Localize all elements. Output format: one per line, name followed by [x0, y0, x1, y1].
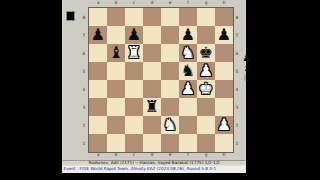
rank-label-7: 7: [235, 29, 239, 42]
rank-label-5: 5: [235, 65, 239, 78]
rank-label-4: 4: [235, 83, 239, 96]
square-c2[interactable]: [125, 116, 143, 134]
file-label-a: a: [92, 153, 105, 157]
square-c5[interactable]: [125, 62, 143, 80]
rank-label-3: 3: [82, 101, 86, 114]
file-label-c: c: [128, 153, 141, 157]
square-f1[interactable]: [179, 134, 197, 152]
game-info-bar: Rodionov, Adil (2171) -- Hassan, Sayed B…: [62, 160, 246, 173]
file-label-h: h: [218, 153, 231, 157]
file-label-c: c: [128, 1, 141, 5]
black-knight-piece[interactable]: ♞: [179, 62, 197, 80]
file-label-f: f: [182, 1, 195, 5]
square-g5[interactable]: ♟: [197, 62, 215, 80]
rank-label-6: 6: [235, 47, 239, 60]
square-h2[interactable]: ♟: [215, 116, 233, 134]
square-d6[interactable]: [143, 44, 161, 62]
square-g8[interactable]: [197, 8, 215, 26]
square-h3[interactable]: [215, 98, 233, 116]
file-labels-top: abcdefgh: [89, 0, 233, 6]
square-h1[interactable]: [215, 134, 233, 152]
file-labels-bottom: abcdefgh: [89, 152, 233, 158]
square-b2[interactable]: [107, 116, 125, 134]
video-frame: abcdefgh 87654321 ♟♟♟♟♝♜♞♚♞♟♟♚♜♞♟ 876543…: [0, 0, 320, 180]
square-d5[interactable]: [143, 62, 161, 80]
chess-viewer-app: abcdefgh 87654321 ♟♟♟♟♝♜♞♚♞♟♟♚♜♞♟ 876543…: [62, 0, 246, 172]
square-d1[interactable]: [143, 134, 161, 152]
white-knight-piece[interactable]: ♞: [161, 116, 179, 134]
square-h8[interactable]: [215, 8, 233, 26]
square-c8[interactable]: [125, 8, 143, 26]
black-rook-piece[interactable]: ♜: [143, 98, 161, 116]
file-label-e: e: [164, 1, 177, 5]
square-h5[interactable]: [215, 62, 233, 80]
rank-label-4: 4: [82, 83, 86, 96]
square-h7[interactable]: ♟: [215, 26, 233, 44]
file-label-e: e: [164, 153, 177, 157]
square-h6[interactable]: [215, 44, 233, 62]
square-a1[interactable]: [89, 134, 107, 152]
square-c1[interactable]: [125, 134, 143, 152]
square-h4[interactable]: [215, 80, 233, 98]
square-c3[interactable]: [125, 98, 143, 116]
file-label-b: b: [110, 153, 123, 157]
black-pawn-piece[interactable]: ♟: [125, 26, 143, 44]
square-f2[interactable]: [179, 116, 197, 134]
file-label-b: b: [110, 1, 123, 5]
square-a4[interactable]: [89, 80, 107, 98]
square-b6[interactable]: ♝: [107, 44, 125, 62]
white-pawn-piece[interactable]: ♟: [215, 116, 233, 134]
side-to-move-indicator: [66, 11, 75, 21]
white-pawn-piece[interactable]: ♟: [179, 80, 197, 98]
square-b5[interactable]: [107, 62, 125, 80]
rank-label-5: 5: [82, 65, 86, 78]
square-d2[interactable]: [143, 116, 161, 134]
rank-label-6: 6: [82, 47, 86, 60]
white-knight-piece[interactable]: ♞: [179, 44, 197, 62]
square-a7[interactable]: ♟: [89, 26, 107, 44]
rank-labels-left: 87654321: [81, 8, 87, 152]
square-b3[interactable]: [107, 98, 125, 116]
rank-label-2: 2: [82, 119, 86, 132]
rank-label-3: 3: [235, 101, 239, 114]
black-pawn-piece[interactable]: ♟: [89, 26, 107, 44]
square-f8[interactable]: [179, 8, 197, 26]
square-c6[interactable]: ♜: [125, 44, 143, 62]
square-f5[interactable]: ♞: [179, 62, 197, 80]
square-d4[interactable]: [143, 80, 161, 98]
square-d8[interactable]: [143, 8, 161, 26]
square-e3[interactable]: [161, 98, 179, 116]
square-g4[interactable]: ♚: [197, 80, 215, 98]
square-a3[interactable]: [89, 98, 107, 116]
rank-label-8: 8: [82, 11, 86, 24]
square-g3[interactable]: [197, 98, 215, 116]
rank-label-2: 2: [235, 119, 239, 132]
players-line: Rodionov, Adil (2171) -- Hassan, Sayed B…: [62, 161, 246, 165]
square-b1[interactable]: [107, 134, 125, 152]
event-line: Event : FIDE World Rapid Team, Almaty KA…: [62, 167, 246, 171]
file-label-g: g: [200, 1, 213, 5]
rank-label-8: 8: [235, 11, 239, 24]
rank-label-7: 7: [82, 29, 86, 42]
chess-board[interactable]: ♟♟♟♟♝♜♞♚♞♟♟♚♜♞♟: [88, 7, 234, 153]
white-king-piece[interactable]: ♚: [197, 80, 215, 98]
square-f4[interactable]: ♟: [179, 80, 197, 98]
file-label-a: a: [92, 1, 105, 5]
square-g6[interactable]: ♚: [197, 44, 215, 62]
square-e1[interactable]: [161, 134, 179, 152]
material-tray: ♟♝♘: [240, 53, 254, 83]
file-label-f: f: [182, 153, 195, 157]
square-e6[interactable]: [161, 44, 179, 62]
white-rook-piece[interactable]: ♜: [125, 44, 143, 62]
square-a5[interactable]: [89, 62, 107, 80]
white-pawn-piece[interactable]: ♟: [197, 62, 215, 80]
file-label-d: d: [146, 1, 159, 5]
square-b7[interactable]: [107, 26, 125, 44]
square-c7[interactable]: ♟: [125, 26, 143, 44]
square-a6[interactable]: [89, 44, 107, 62]
square-a2[interactable]: [89, 116, 107, 134]
square-e2[interactable]: ♞: [161, 116, 179, 134]
square-c4[interactable]: [125, 80, 143, 98]
file-label-g: g: [200, 153, 213, 157]
black-pawn-piece[interactable]: ♟: [179, 26, 197, 44]
file-label-h: h: [218, 1, 231, 5]
black-pawn-piece[interactable]: ♟: [215, 26, 233, 44]
square-f6[interactable]: ♞: [179, 44, 197, 62]
square-e8[interactable]: [161, 8, 179, 26]
square-d7[interactable]: [143, 26, 161, 44]
square-a8[interactable]: [89, 8, 107, 26]
square-f7[interactable]: ♟: [179, 26, 197, 44]
square-e5[interactable]: [161, 62, 179, 80]
square-g7[interactable]: [197, 26, 215, 44]
square-f3[interactable]: [179, 98, 197, 116]
square-b4[interactable]: [107, 80, 125, 98]
square-b8[interactable]: [107, 8, 125, 26]
rank-label-1: 1: [235, 137, 239, 150]
file-label-d: d: [146, 153, 159, 157]
square-g1[interactable]: [197, 134, 215, 152]
rank-label-1: 1: [82, 137, 86, 150]
white-knight-icon: ♘: [243, 73, 252, 83]
black-bishop-piece[interactable]: ♝: [107, 44, 125, 62]
black-king-piece[interactable]: ♚: [197, 44, 215, 62]
square-e7[interactable]: [161, 26, 179, 44]
square-d3[interactable]: ♜: [143, 98, 161, 116]
square-g2[interactable]: [197, 116, 215, 134]
square-e4[interactable]: [161, 80, 179, 98]
